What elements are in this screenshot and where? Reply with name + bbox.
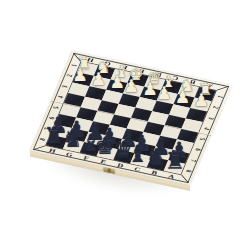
product-photo-scene: HGFEDCBA HGFEDCBA 12345678 12345678 ♜♞♝♚… — [0, 0, 250, 250]
